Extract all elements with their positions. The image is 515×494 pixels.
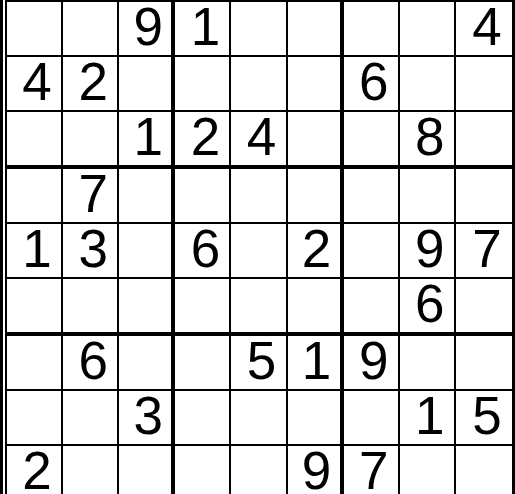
cell-r4c2[interactable]: 7 bbox=[63, 169, 119, 224]
cell-r5c9[interactable]: 7 bbox=[456, 224, 512, 279]
given-digit: 6 bbox=[191, 222, 220, 275]
cell-r9c7[interactable]: 7 bbox=[344, 446, 400, 494]
given-digit: 9 bbox=[415, 222, 444, 275]
cell-r2c3[interactable] bbox=[119, 57, 175, 112]
cell-r2c7[interactable]: 6 bbox=[344, 57, 400, 112]
cell-r9c5[interactable] bbox=[231, 446, 287, 494]
given-digit: 9 bbox=[134, 0, 163, 53]
cell-r5c5[interactable] bbox=[231, 224, 287, 279]
cell-r8c3[interactable]: 3 bbox=[119, 391, 175, 446]
given-digit: 7 bbox=[78, 167, 107, 220]
given-digit: 6 bbox=[415, 277, 444, 330]
cell-r1c8[interactable] bbox=[400, 2, 456, 57]
given-digit: 6 bbox=[78, 334, 107, 387]
cell-r7c5[interactable]: 5 bbox=[231, 336, 287, 391]
cell-r2c9[interactable] bbox=[456, 57, 512, 112]
cell-r9c6[interactable]: 9 bbox=[288, 446, 344, 494]
cell-r9c2[interactable] bbox=[63, 446, 119, 494]
cell-r8c2[interactable] bbox=[63, 391, 119, 446]
cell-r1c7[interactable] bbox=[344, 2, 400, 57]
given-digit: 1 bbox=[415, 389, 444, 442]
cell-r1c4[interactable]: 1 bbox=[175, 2, 231, 57]
given-digit: 9 bbox=[359, 334, 388, 387]
cell-r6c1[interactable] bbox=[7, 279, 63, 336]
cell-r3c1[interactable] bbox=[7, 112, 63, 169]
cell-r2c1[interactable]: 4 bbox=[7, 57, 63, 112]
given-digit: 1 bbox=[191, 0, 220, 53]
cell-r2c2[interactable]: 2 bbox=[63, 57, 119, 112]
cell-r6c7[interactable] bbox=[344, 279, 400, 336]
cell-r3c8[interactable]: 8 bbox=[400, 112, 456, 169]
cell-r7c4[interactable] bbox=[175, 336, 231, 391]
cell-r2c4[interactable] bbox=[175, 57, 231, 112]
cell-r5c1[interactable]: 1 bbox=[7, 224, 63, 279]
given-digit: 8 bbox=[415, 110, 444, 163]
cell-r3c9[interactable] bbox=[456, 112, 512, 169]
cell-r6c5[interactable] bbox=[231, 279, 287, 336]
given-digit: 2 bbox=[78, 55, 107, 108]
cell-r4c1[interactable] bbox=[7, 169, 63, 224]
given-digit: 9 bbox=[302, 444, 331, 494]
sudoku-board: 9144261248713629766519315297 bbox=[0, 0, 515, 494]
cell-r7c8[interactable] bbox=[400, 336, 456, 391]
cell-r5c4[interactable]: 6 bbox=[175, 224, 231, 279]
cell-r7c2[interactable]: 6 bbox=[63, 336, 119, 391]
cell-r1c1[interactable] bbox=[7, 2, 63, 57]
cell-r4c3[interactable] bbox=[119, 169, 175, 224]
cell-r2c8[interactable] bbox=[400, 57, 456, 112]
given-digit: 4 bbox=[247, 110, 276, 163]
cell-r4c7[interactable] bbox=[344, 169, 400, 224]
cell-r1c2[interactable] bbox=[63, 2, 119, 57]
given-digit: 5 bbox=[472, 389, 501, 442]
cell-r7c1[interactable] bbox=[7, 336, 63, 391]
cell-r8c9[interactable]: 5 bbox=[456, 391, 512, 446]
cell-r9c9[interactable] bbox=[456, 446, 512, 494]
cell-r1c3[interactable]: 9 bbox=[119, 2, 175, 57]
cell-r4c8[interactable] bbox=[400, 169, 456, 224]
given-digit: 4 bbox=[22, 55, 51, 108]
cell-r2c6[interactable] bbox=[288, 57, 344, 112]
given-digit: 6 bbox=[359, 55, 388, 108]
cell-r7c7[interactable]: 9 bbox=[344, 336, 400, 391]
cell-r8c6[interactable] bbox=[288, 391, 344, 446]
cell-r4c5[interactable] bbox=[231, 169, 287, 224]
given-digit: 2 bbox=[191, 110, 220, 163]
cell-r3c5[interactable]: 4 bbox=[231, 112, 287, 169]
cell-r9c4[interactable] bbox=[175, 446, 231, 494]
cell-r4c4[interactable] bbox=[175, 169, 231, 224]
cell-r7c9[interactable] bbox=[456, 336, 512, 391]
given-digit: 4 bbox=[472, 0, 501, 53]
given-digit: 1 bbox=[134, 110, 163, 163]
given-digit: 1 bbox=[22, 222, 51, 275]
cell-r1c6[interactable] bbox=[288, 2, 344, 57]
cell-r8c1[interactable] bbox=[7, 391, 63, 446]
given-digit: 3 bbox=[78, 222, 107, 275]
cell-r2c5[interactable] bbox=[231, 57, 287, 112]
cell-r6c9[interactable] bbox=[456, 279, 512, 336]
cell-r9c8[interactable] bbox=[400, 446, 456, 494]
cell-r9c3[interactable] bbox=[119, 446, 175, 494]
cell-r1c9[interactable]: 4 bbox=[456, 2, 512, 57]
sudoku-grid: 9144261248713629766519315297 bbox=[5, 0, 515, 494]
cell-r4c6[interactable] bbox=[288, 169, 344, 224]
cell-r3c2[interactable] bbox=[63, 112, 119, 169]
cell-r3c6[interactable] bbox=[288, 112, 344, 169]
cell-r8c8[interactable]: 1 bbox=[400, 391, 456, 446]
given-digit: 7 bbox=[472, 222, 501, 275]
cell-r8c5[interactable] bbox=[231, 391, 287, 446]
cell-r4c9[interactable] bbox=[456, 169, 512, 224]
cell-r6c4[interactable] bbox=[175, 279, 231, 336]
cell-r6c2[interactable] bbox=[63, 279, 119, 336]
cell-r8c7[interactable] bbox=[344, 391, 400, 446]
cell-r5c6[interactable]: 2 bbox=[288, 224, 344, 279]
cell-r7c6[interactable]: 1 bbox=[288, 336, 344, 391]
cell-r7c3[interactable] bbox=[119, 336, 175, 391]
cell-r6c6[interactable] bbox=[288, 279, 344, 336]
cell-r9c1[interactable]: 2 bbox=[7, 446, 63, 494]
given-digit: 3 bbox=[134, 389, 163, 442]
given-digit: 7 bbox=[359, 444, 388, 494]
cell-r3c3[interactable]: 1 bbox=[119, 112, 175, 169]
cell-r5c7[interactable] bbox=[344, 224, 400, 279]
cell-r3c7[interactable] bbox=[344, 112, 400, 169]
cell-r1c5[interactable] bbox=[231, 2, 287, 57]
given-digit: 2 bbox=[22, 444, 51, 494]
cell-r6c3[interactable] bbox=[119, 279, 175, 336]
cell-r6c8[interactable]: 6 bbox=[400, 279, 456, 336]
given-digit: 2 bbox=[302, 222, 331, 275]
given-digit: 1 bbox=[302, 334, 331, 387]
cell-r5c2[interactable]: 3 bbox=[63, 224, 119, 279]
left-edge-line bbox=[0, 0, 3, 494]
cell-r3c4[interactable]: 2 bbox=[175, 112, 231, 169]
cell-r5c3[interactable] bbox=[119, 224, 175, 279]
cell-r8c4[interactable] bbox=[175, 391, 231, 446]
cell-r5c8[interactable]: 9 bbox=[400, 224, 456, 279]
given-digit: 5 bbox=[247, 334, 276, 387]
